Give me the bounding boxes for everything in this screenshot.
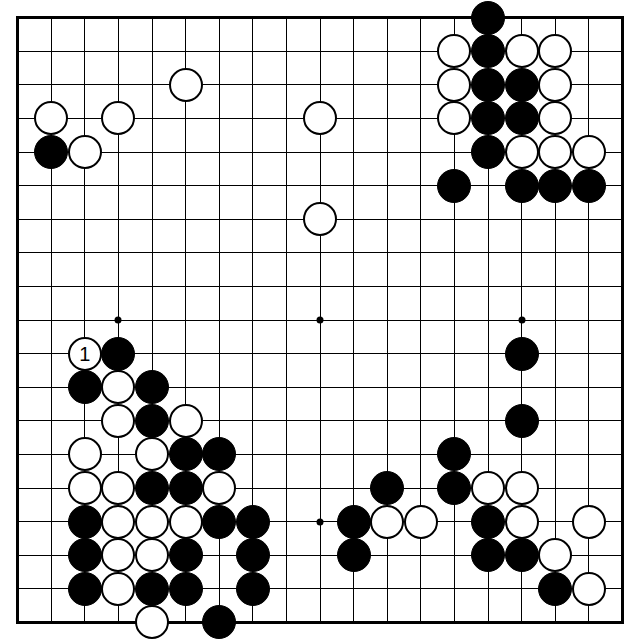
- white-stone: [101, 101, 135, 135]
- grid-line-horizontal: [18, 454, 623, 455]
- black-stone: [169, 471, 203, 505]
- black-stone: [169, 572, 203, 606]
- white-stone: [505, 135, 539, 169]
- black-stone: [68, 538, 102, 572]
- star-point: [115, 317, 122, 324]
- white-stone: [404, 505, 438, 539]
- black-stone: [236, 572, 270, 606]
- black-stone: [135, 572, 169, 606]
- black-stone: [437, 169, 471, 203]
- black-stone: [202, 437, 236, 471]
- black-stone: [68, 505, 102, 539]
- black-stone: [68, 370, 102, 404]
- black-stone: [68, 572, 102, 606]
- black-stone: [471, 1, 505, 35]
- star-point: [518, 317, 525, 324]
- black-stone: [437, 437, 471, 471]
- white-stone: [68, 135, 102, 169]
- white-stone: [101, 404, 135, 438]
- black-stone: [236, 538, 270, 572]
- white-stone: [538, 34, 572, 68]
- black-stone: [169, 437, 203, 471]
- black-stone: [505, 337, 539, 371]
- white-stone: [370, 505, 404, 539]
- white-stone: [538, 538, 572, 572]
- star-point: [317, 518, 324, 525]
- black-stone: [471, 135, 505, 169]
- white-stone: [135, 505, 169, 539]
- black-stone: [370, 471, 404, 505]
- white-stone: [135, 437, 169, 471]
- black-stone: [505, 538, 539, 572]
- white-stone: [135, 605, 169, 639]
- white-stone: [572, 572, 606, 606]
- white-stone: [505, 505, 539, 539]
- white-stone: [437, 101, 471, 135]
- go-board: 1: [0, 0, 640, 640]
- white-stone: [101, 471, 135, 505]
- black-stone: [437, 471, 471, 505]
- white-stone: [303, 202, 337, 236]
- white-stone: [505, 34, 539, 68]
- black-stone: [505, 404, 539, 438]
- black-stone: [169, 538, 203, 572]
- white-stone: [68, 471, 102, 505]
- black-stone: [471, 505, 505, 539]
- black-stone: [135, 370, 169, 404]
- black-stone: [538, 572, 572, 606]
- white-stone: [572, 505, 606, 539]
- white-stone: [572, 135, 606, 169]
- white-stone: [101, 370, 135, 404]
- black-stone: [202, 605, 236, 639]
- star-point: [317, 317, 324, 324]
- black-stone: [202, 505, 236, 539]
- white-stone: [437, 34, 471, 68]
- white-stone: [169, 505, 203, 539]
- black-stone: [572, 169, 606, 203]
- black-stone: [471, 34, 505, 68]
- white-stone: [303, 101, 337, 135]
- black-stone: [34, 135, 68, 169]
- white-stone: [101, 538, 135, 572]
- black-stone: [505, 68, 539, 102]
- white-stone: [202, 471, 236, 505]
- white-stone: [135, 538, 169, 572]
- black-stone: [505, 169, 539, 203]
- black-stone: [471, 538, 505, 572]
- black-stone: [337, 505, 371, 539]
- black-stone: [471, 101, 505, 135]
- white-stone: [68, 437, 102, 471]
- black-stone: [101, 337, 135, 371]
- black-stone: [135, 471, 169, 505]
- black-stone: [337, 538, 371, 572]
- move-number-label: 1: [79, 344, 90, 364]
- white-stone: [437, 68, 471, 102]
- black-stone: [471, 68, 505, 102]
- black-stone: [538, 169, 572, 203]
- white-stone: [471, 471, 505, 505]
- white-stone: [538, 68, 572, 102]
- white-stone: 1: [68, 337, 102, 371]
- white-stone: [169, 68, 203, 102]
- white-stone: [169, 404, 203, 438]
- white-stone: [505, 471, 539, 505]
- white-stone: [538, 135, 572, 169]
- white-stone: [34, 101, 68, 135]
- black-stone: [135, 404, 169, 438]
- black-stone: [236, 505, 270, 539]
- go-diagram: 1: [0, 0, 640, 640]
- black-stone: [505, 101, 539, 135]
- white-stone: [101, 572, 135, 606]
- white-stone: [101, 505, 135, 539]
- white-stone: [538, 101, 572, 135]
